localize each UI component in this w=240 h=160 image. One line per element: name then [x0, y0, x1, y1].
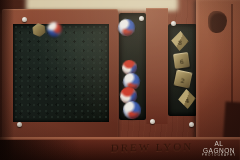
dice-box-photo: DREW LYON 8624 AL GAGNON PHOTOGRAPHY: [0, 0, 240, 160]
stack-die-4: [122, 100, 142, 120]
shadow-left-edge: [0, 0, 14, 160]
dice-layer: 8624: [0, 0, 240, 160]
gold-die-d6-a: 6: [173, 52, 190, 69]
shadow-bottom-left: [0, 140, 80, 160]
channel-top-marble-die: [117, 18, 137, 38]
tray-die-marble-d20: [47, 22, 62, 37]
gold-die-d6-b: 2: [174, 70, 193, 89]
watermark-subtitle: PHOTOGRAPHY: [200, 153, 238, 157]
gold-die-d8-top: 8: [169, 30, 190, 51]
photographer-watermark: AL GAGNON PHOTOGRAPHY: [200, 140, 238, 157]
gold-die-d8-bottom: 4: [176, 88, 197, 109]
watermark-name: AL GAGNON: [200, 140, 238, 154]
tray-die-gold-d20: [31, 22, 47, 38]
